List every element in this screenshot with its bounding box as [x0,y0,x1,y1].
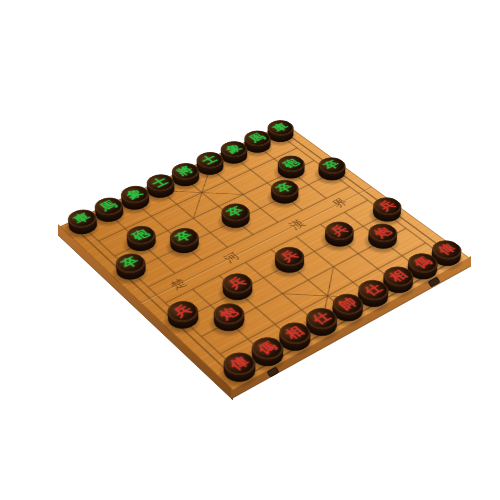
product-photo-stage: 楚河漢界 車馬象士將士象馬車砲砲卒卒卒卒卒兵兵兵兵兵炮炮俥傌相仕帥仕相傌俥 [0,0,500,500]
piece-green-soldier[interactable]: 卒 [165,232,204,258]
piece-character: 仕 [362,282,385,297]
piece-green-cannon[interactable]: 砲 [122,230,161,255]
piece-character: 士 [199,153,219,165]
piece-character: 車 [71,211,92,225]
piece-character: 俥 [227,354,251,371]
piece-red-soldier[interactable]: 兵 [367,202,406,226]
piece-red-soldier[interactable]: 兵 [269,251,309,277]
board-intersection: 卒 [109,257,153,286]
board-intersection: 炮 [206,307,252,338]
board-intersection: 兵 [267,250,311,278]
piece-character: 傌 [255,339,279,356]
piece-character: 仕 [310,310,334,326]
piece-character: 炮 [372,225,394,239]
piece-character: 士 [150,176,171,189]
piece-green-soldier[interactable]: 卒 [313,162,350,184]
piece-character: 炮 [217,305,240,321]
board-intersection: 卒 [163,232,206,260]
piece-character: 馬 [247,132,267,144]
piece-character: 兵 [328,223,350,237]
piece-character: 卒 [119,255,141,270]
piece-character: 傌 [411,255,434,270]
piece-character: 卒 [274,181,295,194]
piece-red-soldier[interactable]: 兵 [217,278,258,306]
piece-character: 卒 [321,159,342,171]
piece-green-chariot[interactable]: 車 [63,214,101,239]
piece-character: 象 [223,143,243,155]
board-intersection: 卒 [214,207,256,233]
piece-red-soldier[interactable]: 兵 [162,305,204,334]
piece-green-soldier[interactable]: 卒 [265,185,303,208]
piece-red-cannon[interactable]: 炮 [362,228,402,253]
piece-character: 象 [124,187,145,200]
piece-character: 砲 [281,157,302,169]
piece-character: 車 [270,121,290,133]
piece-red-cannon[interactable]: 炮 [208,307,250,336]
board-intersection: 兵 [160,304,206,335]
piece-character: 兵 [376,199,398,212]
piece-red-soldier[interactable]: 兵 [319,226,359,251]
board-intersection: 兵 [318,225,361,252]
piece-character: 相 [387,268,410,283]
board-intersection: 炮 [361,227,404,254]
piece-green-soldier[interactable]: 卒 [216,208,255,232]
piece-green-cannon[interactable]: 砲 [272,160,309,182]
piece-character: 卒 [224,205,245,218]
piece-character: 帥 [336,296,359,312]
board-intersection: 卒 [264,184,306,209]
piece-character: 俥 [435,242,457,256]
piece-character: 將 [175,164,196,177]
piece-character: 兵 [171,303,194,319]
piece-character: 兵 [226,275,249,290]
piece-character: 馬 [98,199,119,212]
piece-character: 兵 [278,249,300,264]
piece-character: 相 [283,324,307,340]
board-intersection: 兵 [215,277,260,307]
piece-character: 卒 [173,230,195,244]
piece-character: 砲 [130,227,152,241]
piece-green-soldier[interactable]: 卒 [111,258,151,285]
